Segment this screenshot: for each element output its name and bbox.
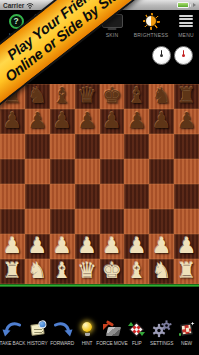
square-a2[interactable]: ♟ [0, 234, 25, 259]
square-h7[interactable]: ♟ [174, 109, 199, 134]
square-f2[interactable]: ♟ [124, 234, 149, 259]
white-pawn: ♟ [177, 233, 197, 257]
square-e3[interactable] [100, 209, 125, 234]
square-h5[interactable] [174, 159, 199, 184]
square-c5[interactable] [50, 159, 75, 184]
white-knight: ♞ [152, 258, 172, 282]
square-d2[interactable]: ♟ [75, 234, 100, 259]
square-f6[interactable] [124, 134, 149, 159]
black-clock-icon [174, 46, 193, 65]
square-c1[interactable]: ♝ [50, 259, 75, 284]
square-c8[interactable]: ♝ [50, 84, 75, 109]
square-b6[interactable] [25, 134, 50, 159]
flip-label: FLIP [132, 341, 142, 346]
turn-indicator-line [0, 284, 199, 287]
take-back-label: TAKE BACK [0, 341, 25, 346]
black-queen: ♛ [77, 83, 97, 107]
black-rook: ♜ [177, 83, 197, 107]
white-pawn: ♟ [127, 233, 147, 257]
brightness-label: BRIGHTNESS [134, 32, 169, 38]
black-pawn: ♟ [3, 108, 23, 132]
square-b7[interactable]: ♟ [25, 109, 50, 134]
square-a3[interactable] [0, 209, 25, 234]
square-g2[interactable]: ♟ [149, 234, 174, 259]
square-c3[interactable] [50, 209, 75, 234]
white-queen: ♛ [77, 258, 97, 282]
menu-label: MENU [178, 32, 194, 38]
black-knight: ♞ [27, 83, 47, 107]
square-c6[interactable] [50, 134, 75, 159]
white-clock-icon [152, 46, 171, 65]
square-g5[interactable] [149, 159, 174, 184]
forward-button[interactable]: FORWARD [50, 315, 75, 355]
square-e4[interactable] [100, 184, 125, 209]
square-g8[interactable]: ♞ [149, 84, 174, 109]
square-g1[interactable]: ♞ [149, 259, 174, 284]
menu-icon [179, 15, 193, 27]
black-pawn: ♟ [152, 108, 172, 132]
square-g7[interactable]: ♟ [149, 109, 174, 134]
carrier-text: Carrier [3, 2, 24, 9]
black-king: ♚ [102, 83, 122, 107]
square-h3[interactable] [174, 209, 199, 234]
square-h8[interactable]: ♜ [174, 84, 199, 109]
square-b5[interactable] [25, 159, 50, 184]
white-king: ♚ [102, 258, 122, 282]
square-e8[interactable]: ♚ [100, 84, 125, 109]
skin-label: SKIN [106, 32, 118, 38]
square-d4[interactable] [75, 184, 100, 209]
square-b3[interactable] [25, 209, 50, 234]
white-pawn: ♟ [102, 233, 122, 257]
white-pawn: ♟ [3, 233, 23, 257]
history-label: HISTORY [27, 341, 47, 346]
take-back-button[interactable]: TAKE BACK [0, 315, 25, 355]
square-a5[interactable] [0, 159, 25, 184]
white-rook: ♜ [3, 258, 23, 282]
black-pawn: ♟ [52, 108, 72, 132]
square-h6[interactable] [174, 134, 199, 159]
square-a1[interactable]: ♜ [0, 259, 25, 284]
square-b8[interactable]: ♞ [25, 84, 50, 109]
white-knight: ♞ [27, 258, 47, 282]
black-pawn: ♟ [27, 108, 47, 132]
square-g4[interactable] [149, 184, 174, 209]
black-knight: ♞ [152, 83, 172, 107]
square-e5[interactable] [100, 159, 125, 184]
notepad-clock-icon [31, 319, 44, 339]
square-b4[interactable] [25, 184, 50, 209]
redo-arrow-icon [52, 319, 73, 339]
menu-button[interactable]: MENU [174, 12, 198, 38]
app-screen: Carrier ? HELP SKIN BRIGHTNESS MENU [0, 0, 199, 355]
black-pawn: ♟ [127, 108, 147, 132]
square-e2[interactable]: ♟ [100, 234, 125, 259]
hint-button[interactable]: HINT [75, 315, 100, 355]
square-f3[interactable] [124, 209, 149, 234]
bottom-toolbar: TAKE BACK HISTORY FORWARD HINT [0, 315, 199, 355]
square-a7[interactable]: ♟ [0, 109, 25, 134]
square-f4[interactable] [124, 184, 149, 209]
gears-icon [151, 319, 173, 339]
square-f7[interactable]: ♟ [124, 109, 149, 134]
black-pawn: ♟ [102, 108, 122, 132]
settings-label: SETTINGS [150, 341, 173, 346]
square-h4[interactable] [174, 184, 199, 209]
push-blocks-icon [103, 319, 120, 339]
force-move-label: FORCE MOVE [96, 341, 127, 346]
square-f8[interactable]: ♝ [124, 84, 149, 109]
square-e1[interactable]: ♚ [100, 259, 125, 284]
square-d5[interactable] [75, 159, 100, 184]
square-d7[interactable]: ♟ [75, 109, 100, 134]
white-pawn: ♟ [152, 233, 172, 257]
white-bishop: ♝ [52, 258, 72, 282]
hint-label: HINT [82, 341, 93, 346]
square-g6[interactable] [149, 134, 174, 159]
square-e6[interactable] [100, 134, 125, 159]
square-g3[interactable] [149, 209, 174, 234]
black-bishop: ♝ [52, 83, 72, 107]
checkered-diamond-icon [128, 319, 145, 339]
wifi-icon [26, 2, 34, 9]
black-pawn: ♟ [77, 108, 97, 132]
chess-board: ♜♞♝♛♚♝♞♜♟♟♟♟♟♟♟♟♟♟♟♟♟♟♟♟♜♞♝♛♚♝♞♜ [0, 84, 199, 284]
history-button[interactable]: HISTORY [25, 315, 50, 355]
square-c7[interactable]: ♟ [50, 109, 75, 134]
square-c2[interactable]: ♟ [50, 234, 75, 259]
square-a4[interactable] [0, 184, 25, 209]
square-f1[interactable]: ♝ [124, 259, 149, 284]
white-pawn: ♟ [77, 233, 97, 257]
square-c4[interactable] [50, 184, 75, 209]
forward-label: FORWARD [50, 341, 74, 346]
force-move-button[interactable]: FORCE MOVE [100, 315, 125, 355]
black-bishop: ♝ [127, 83, 147, 107]
square-f5[interactable] [124, 159, 149, 184]
white-bishop: ♝ [127, 258, 147, 282]
mini-board-sparkle-icon [179, 319, 195, 339]
battery-icon [177, 2, 197, 8]
square-e7[interactable]: ♟ [100, 109, 125, 134]
black-pawn: ♟ [177, 108, 197, 132]
square-d3[interactable] [75, 209, 100, 234]
square-d1[interactable]: ♛ [75, 259, 100, 284]
lightbulb-icon [82, 319, 92, 339]
flip-button[interactable]: FLIP [124, 315, 149, 355]
square-h2[interactable]: ♟ [174, 234, 199, 259]
new-label: NEW [181, 341, 192, 346]
white-pawn: ♟ [27, 233, 47, 257]
undo-arrow-icon [2, 319, 23, 339]
carrier-label: Carrier [3, 2, 34, 9]
brightness-icon [143, 13, 160, 30]
brightness-button[interactable]: BRIGHTNESS [129, 12, 173, 38]
white-rook: ♜ [177, 258, 197, 282]
square-a6[interactable] [0, 134, 25, 159]
square-h1[interactable]: ♜ [174, 259, 199, 284]
square-d6[interactable] [75, 134, 100, 159]
new-button[interactable]: NEW [174, 315, 199, 355]
square-d8[interactable]: ♛ [75, 84, 100, 109]
square-b1[interactable]: ♞ [25, 259, 50, 284]
white-pawn: ♟ [52, 233, 72, 257]
settings-button[interactable]: SETTINGS [149, 315, 174, 355]
square-b2[interactable]: ♟ [25, 234, 50, 259]
